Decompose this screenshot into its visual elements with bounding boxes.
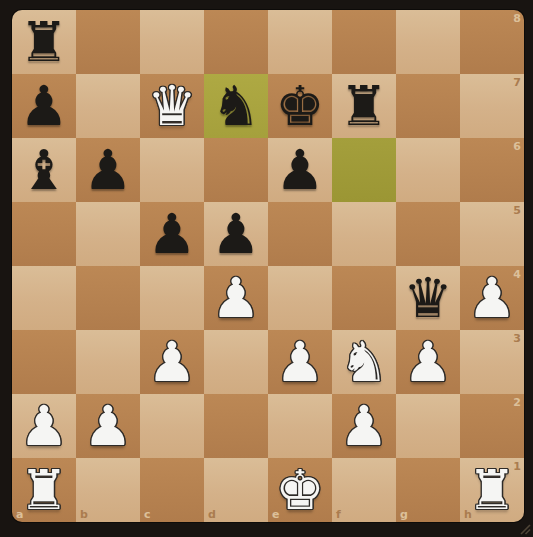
piece-white-pawn[interactable]: ♟ (147, 330, 196, 394)
square-h5[interactable]: 5 (460, 202, 524, 266)
square-g6[interactable] (396, 138, 460, 202)
piece-black-knight[interactable]: ♞ (211, 74, 260, 138)
square-e4[interactable] (268, 266, 332, 330)
rank-label-7: 7 (513, 76, 521, 89)
square-g4[interactable]: ♛ (396, 266, 460, 330)
square-f1[interactable]: f (332, 458, 396, 522)
piece-white-pawn[interactable]: ♟ (19, 394, 68, 458)
piece-white-pawn[interactable]: ♟ (339, 394, 388, 458)
resize-handle-icon[interactable] (517, 521, 531, 535)
square-a3[interactable] (12, 330, 76, 394)
piece-black-pawn[interactable]: ♟ (83, 138, 132, 202)
square-h6[interactable]: 6 (460, 138, 524, 202)
square-c1[interactable]: c (140, 458, 204, 522)
square-h8[interactable]: 8 (460, 10, 524, 74)
piece-white-pawn[interactable]: ♟ (275, 330, 324, 394)
square-d1[interactable]: d (204, 458, 268, 522)
square-g5[interactable] (396, 202, 460, 266)
square-c6[interactable] (140, 138, 204, 202)
square-f7[interactable]: ♜ (332, 74, 396, 138)
square-g1[interactable]: g (396, 458, 460, 522)
square-c7[interactable]: ♛ (140, 74, 204, 138)
piece-white-pawn[interactable]: ♟ (467, 266, 516, 330)
square-d8[interactable] (204, 10, 268, 74)
square-d4[interactable]: ♟ (204, 266, 268, 330)
piece-white-king[interactable]: ♚ (275, 458, 324, 522)
square-h7[interactable]: 7 (460, 74, 524, 138)
square-c5[interactable]: ♟ (140, 202, 204, 266)
piece-white-pawn[interactable]: ♟ (83, 394, 132, 458)
rank-label-6: 6 (513, 140, 521, 153)
piece-black-pawn[interactable]: ♟ (275, 138, 324, 202)
chess-board-panel: ♜8♟♛♞♚♜7♝♟♟6♟♟5♟♛4♟♟♟♞♟3♟♟♟2a♜bcde♚fg1h♜ (0, 0, 533, 537)
square-c8[interactable] (140, 10, 204, 74)
square-a1[interactable]: a♜ (12, 458, 76, 522)
square-h4[interactable]: 4♟ (460, 266, 524, 330)
square-b3[interactable] (76, 330, 140, 394)
square-e8[interactable] (268, 10, 332, 74)
square-e1[interactable]: e♚ (268, 458, 332, 522)
piece-black-bishop[interactable]: ♝ (19, 138, 68, 202)
square-d6[interactable] (204, 138, 268, 202)
square-b8[interactable] (76, 10, 140, 74)
rank-label-2: 2 (513, 396, 521, 409)
square-g2[interactable] (396, 394, 460, 458)
file-label-g: g (400, 508, 408, 521)
square-a6[interactable]: ♝ (12, 138, 76, 202)
square-a7[interactable]: ♟ (12, 74, 76, 138)
rank-label-5: 5 (513, 204, 521, 217)
square-c3[interactable]: ♟ (140, 330, 204, 394)
square-e6[interactable]: ♟ (268, 138, 332, 202)
piece-black-pawn[interactable]: ♟ (211, 202, 260, 266)
square-c2[interactable] (140, 394, 204, 458)
square-d7[interactable]: ♞ (204, 74, 268, 138)
square-b1[interactable]: b (76, 458, 140, 522)
square-f3[interactable]: ♞ (332, 330, 396, 394)
piece-white-pawn[interactable]: ♟ (403, 330, 452, 394)
square-d2[interactable] (204, 394, 268, 458)
piece-white-rook[interactable]: ♜ (19, 458, 68, 522)
square-b5[interactable] (76, 202, 140, 266)
square-f4[interactable] (332, 266, 396, 330)
file-label-b: b (80, 508, 88, 521)
square-a2[interactable]: ♟ (12, 394, 76, 458)
piece-black-king[interactable]: ♚ (275, 74, 324, 138)
square-d5[interactable]: ♟ (204, 202, 268, 266)
square-f2[interactable]: ♟ (332, 394, 396, 458)
piece-white-knight[interactable]: ♞ (339, 330, 388, 394)
square-a5[interactable] (12, 202, 76, 266)
square-a4[interactable] (12, 266, 76, 330)
file-label-d: d (208, 508, 216, 521)
piece-white-queen[interactable]: ♛ (147, 74, 196, 138)
square-b4[interactable] (76, 266, 140, 330)
square-d3[interactable] (204, 330, 268, 394)
square-f8[interactable] (332, 10, 396, 74)
square-e7[interactable]: ♚ (268, 74, 332, 138)
rank-label-8: 8 (513, 12, 521, 25)
piece-black-rook[interactable]: ♜ (339, 74, 388, 138)
square-h1[interactable]: 1h♜ (460, 458, 524, 522)
piece-black-pawn[interactable]: ♟ (147, 202, 196, 266)
file-label-f: f (336, 508, 341, 521)
file-label-c: c (144, 508, 151, 521)
square-h2[interactable]: 2 (460, 394, 524, 458)
piece-white-pawn[interactable]: ♟ (211, 266, 260, 330)
square-g8[interactable] (396, 10, 460, 74)
square-g7[interactable] (396, 74, 460, 138)
square-a8[interactable]: ♜ (12, 10, 76, 74)
piece-black-queen[interactable]: ♛ (403, 266, 452, 330)
square-f6[interactable] (332, 138, 396, 202)
square-c4[interactable] (140, 266, 204, 330)
rank-label-3: 3 (513, 332, 521, 345)
square-e3[interactable]: ♟ (268, 330, 332, 394)
square-b2[interactable]: ♟ (76, 394, 140, 458)
piece-black-pawn[interactable]: ♟ (19, 74, 68, 138)
square-b6[interactable]: ♟ (76, 138, 140, 202)
square-h3[interactable]: 3 (460, 330, 524, 394)
square-e5[interactable] (268, 202, 332, 266)
chess-board: ♜8♟♛♞♚♜7♝♟♟6♟♟5♟♛4♟♟♟♞♟3♟♟♟2a♜bcde♚fg1h♜ (12, 10, 524, 522)
piece-white-rook[interactable]: ♜ (467, 458, 516, 522)
square-f5[interactable] (332, 202, 396, 266)
square-b7[interactable] (76, 74, 140, 138)
square-g3[interactable]: ♟ (396, 330, 460, 394)
square-e2[interactable] (268, 394, 332, 458)
piece-black-rook[interactable]: ♜ (19, 10, 68, 74)
